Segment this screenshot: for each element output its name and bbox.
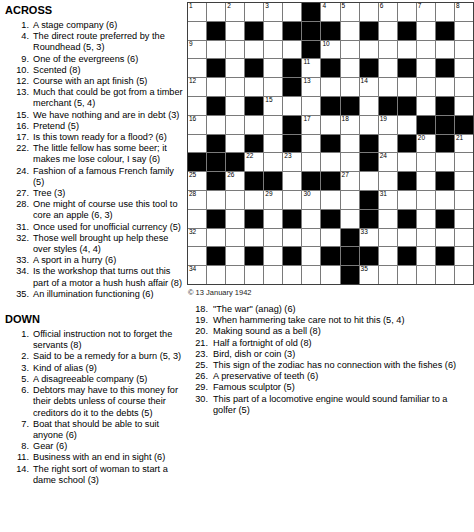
grid-cell[interactable]: 17 [302,116,320,134]
clue-number: 4. [5,31,33,42]
clue-item: 3.Kind of alias (9) [5,363,186,374]
clue-text: Much that could be got from a timber mer… [33,87,186,109]
clue-item: 14.The right sort of woman to start a da… [5,464,186,486]
grid-cell[interactable] [302,153,320,171]
grid-cell-black [436,59,454,77]
grid-cell-black [360,135,378,153]
grid-cell[interactable] [226,78,244,96]
clue-item: 10.Scented (8) [5,65,186,76]
clue-number: 11. [5,452,33,463]
grid-cell[interactable]: 24 [379,153,397,171]
grid-cell[interactable] [398,191,416,209]
clue-text: Scented (8) [33,65,186,76]
grid-cell[interactable] [417,59,435,77]
clue-item: 8.Gear (6) [5,441,186,452]
clue-number: 30. [190,394,213,405]
grid-cell[interactable] [283,191,301,209]
grid-cell[interactable] [436,78,454,96]
clue-text: Official instruction not to forget the s… [33,329,186,351]
clue-number: 12. [5,76,33,87]
grid-cell[interactable] [188,210,206,228]
grid-cell[interactable] [188,22,206,40]
grid-cell[interactable] [341,135,359,153]
grid-cell[interactable]: 5 [341,3,359,21]
grid-cell[interactable] [436,229,454,247]
grid-cell[interactable] [264,135,282,153]
grid-cell[interactable]: 12 [188,78,206,96]
down-clue-list-left: 1.Official instruction not to forget the… [5,329,186,486]
grid-cell[interactable] [379,22,397,40]
grid-cell[interactable]: 25 [188,172,206,190]
grid-cell-black [207,22,225,40]
grid-cell-black [283,22,301,40]
grid-cell[interactable]: 32 [188,229,206,247]
grid-cell[interactable] [264,153,282,171]
grid-cell[interactable] [207,116,225,134]
grid-cell[interactable] [417,78,435,96]
grid-cell[interactable]: 30 [302,191,320,209]
grid-cell[interactable] [341,191,359,209]
grid-cell[interactable] [302,229,320,247]
clue-number: 8. [5,441,33,452]
grid-cell-black [207,210,225,228]
grid-cell[interactable] [264,210,282,228]
grid-cell[interactable] [455,22,473,40]
grid-cell[interactable] [245,229,263,247]
clue-item: 2.Said to be a remedy for a burn (5, 3) [5,351,186,362]
grid-cell[interactable] [436,153,454,171]
grid-cell[interactable]: 11 [302,59,320,77]
grid-cell-black [398,22,416,40]
cell-number: 9 [189,40,193,48]
grid-cell-black [283,210,301,228]
clue-item: 4.The direct route preferred by the Roun… [5,31,186,53]
clue-number: 3. [5,363,33,374]
crossword-page: ACROSS 1.A stage company (6)4.The direct… [0,0,474,532]
grid-cell[interactable] [436,3,454,21]
grid-cell[interactable]: 1 [188,3,206,21]
grid-cell[interactable] [321,78,339,96]
clue-item: 28.One might of course use this tool to … [5,199,186,221]
grid-cell[interactable] [455,59,473,77]
grid-cell[interactable] [245,191,263,209]
clue-number: 1. [5,329,33,340]
grid-cell-black [321,22,339,40]
grid-cell[interactable] [341,22,359,40]
clue-text: Those well brought up help these over st… [33,233,186,255]
grid-cell-black [398,135,416,153]
grid-cell[interactable] [417,22,435,40]
grid-cell-black [302,22,320,40]
clue-text: The direct route preferred by the Roundh… [33,31,186,53]
cell-number: 15 [265,96,272,104]
grid-cell[interactable]: 10 [321,41,339,59]
clue-number: 26. [190,371,213,382]
grid-cell[interactable] [226,266,244,284]
grid-cell[interactable] [379,135,397,153]
grid-cell[interactable] [245,116,263,134]
grid-cell-black [245,97,263,115]
grid-cell[interactable] [379,229,397,247]
down-heading: DOWN [5,313,186,326]
grid-cell[interactable]: 3 [264,3,282,21]
grid-cell-black [283,116,301,134]
grid-cell[interactable] [455,153,473,171]
grid-cell-black [207,153,225,171]
grid-cell[interactable] [226,247,244,265]
grid-cell[interactable]: 4 [321,3,339,21]
grid-cell[interactable] [398,3,416,21]
cell-number: 11 [303,58,310,66]
grid-cell[interactable] [321,191,339,209]
clue-number: 14. [5,464,33,475]
grid-cell[interactable] [302,97,320,115]
grid-cell[interactable] [283,229,301,247]
grid-cell[interactable]: 33 [360,229,378,247]
grid-cell[interactable] [417,41,435,59]
grid-cell-black [341,266,359,284]
grid-cell[interactable] [455,247,473,265]
grid-cell[interactable] [455,78,473,96]
grid-cell-black [321,247,339,265]
grid-cell[interactable] [207,229,225,247]
grid-cell[interactable] [264,59,282,77]
grid-cell[interactable]: 2 [226,3,244,21]
grid-cell[interactable] [321,116,339,134]
grid-cell[interactable] [379,247,397,265]
grid-cell[interactable] [302,247,320,265]
grid-cell[interactable] [455,210,473,228]
grid-cell[interactable] [360,97,378,115]
grid-cell[interactable] [226,41,244,59]
clue-item: 29.Famous sculptor (5) [190,382,472,393]
grid-cell[interactable]: 18 [341,116,359,134]
grid-cell[interactable] [245,78,263,96]
clue-number: 29. [190,382,213,393]
clue-item: 16.Pretend (5) [5,121,186,132]
grid-cell[interactable] [360,116,378,134]
grid-cell[interactable] [226,59,244,77]
grid-cell[interactable]: 28 [188,191,206,209]
grid-cell[interactable]: 26 [226,172,244,190]
clue-number: 34. [5,266,33,277]
grid-cell[interactable] [398,116,416,134]
grid-cell-black [341,247,359,265]
grid-cell-black [283,247,301,265]
clue-text: One of the evergreens (6) [33,54,186,65]
grid-cell[interactable] [245,3,263,21]
grid-cell[interactable] [341,78,359,96]
grid-cell[interactable] [321,266,339,284]
clue-number: 20. [190,326,213,337]
cell-number: 10 [322,40,329,48]
clue-item: 31.Once used for unofficial currency (5) [5,222,186,233]
grid-cell-black [360,59,378,77]
cell-number: 3 [265,2,269,10]
clue-text: Boat that should be able to suit anyone … [33,419,186,441]
cell-number: 18 [342,115,349,123]
clue-item: 6.Debtors may have to this money for the… [5,385,186,419]
grid-cell[interactable] [379,266,397,284]
grid-cell[interactable] [379,172,397,190]
clue-number: 35. [5,289,33,300]
grid-cell[interactable] [436,41,454,59]
grid-cell-black [321,59,339,77]
grid-cell[interactable]: 15 [264,97,282,115]
clue-item: 34.Is the workshop that turns out this p… [5,266,186,288]
grid-cell[interactable] [398,266,416,284]
grid-cell-black [360,153,378,171]
grid-cell[interactable] [417,266,435,284]
grid-cell[interactable]: 16 [188,116,206,134]
grid-cell[interactable] [341,41,359,59]
grid-cell-black [226,153,244,171]
grid-cell[interactable]: 9 [188,41,206,59]
cell-number: 34 [189,265,196,273]
clue-text: A stage company (6) [33,20,186,31]
grid-cell[interactable] [302,210,320,228]
grid-cell-black [360,191,378,209]
grid-cell[interactable] [455,266,473,284]
clue-text: An illumination functioning (6) [33,289,186,300]
grid-cell[interactable] [398,153,416,171]
grid-cell-black [207,135,225,153]
left-clue-column: ACROSS 1.A stage company (6)4.The direct… [5,4,186,486]
clue-text: Business with an end in sight (6) [33,452,186,463]
clue-text: Tree (3) [33,188,186,199]
clue-item: 33.A sport in a hurry (6) [5,255,186,266]
grid-cell[interactable] [207,191,225,209]
grid-cell[interactable] [398,41,416,59]
clue-text: This part of a locomotive engine would s… [213,394,472,416]
grid-cell[interactable]: 35 [360,266,378,284]
clue-number: 5. [5,374,33,385]
clue-item: 32.Those well brought up help these over… [5,233,186,255]
grid-cell[interactable] [379,210,397,228]
clue-item: 18."The war" (anag) (6) [190,304,472,315]
clue-text: Once used for unofficial currency (5) [33,222,186,233]
cell-number: 21 [456,134,463,142]
clue-item: 12.Course with an apt finish (5) [5,76,186,87]
grid-cell[interactable] [455,191,473,209]
grid-cell[interactable] [264,266,282,284]
clue-number: 28. [5,199,33,210]
grid-cell[interactable] [226,97,244,115]
grid-cell[interactable] [302,266,320,284]
clue-item: 19.When hammering take care not to hit t… [190,315,472,326]
grid-cell-black [188,153,206,171]
grid-cell[interactable] [207,266,225,284]
cell-number: 19 [380,115,387,123]
grid-cell[interactable] [360,41,378,59]
grid-cell[interactable]: 8 [455,3,473,21]
grid-cell[interactable] [321,153,339,171]
cell-number: 14 [361,77,368,85]
grid-cell[interactable] [398,229,416,247]
clue-text: Said to be a remedy for a burn (5, 3) [33,351,186,362]
cell-number: 24 [380,152,387,160]
grid-cell[interactable] [264,22,282,40]
grid-cell[interactable] [188,247,206,265]
cell-number: 13 [303,77,310,85]
clue-text: Kind of alias (9) [33,363,186,374]
grid-cell[interactable] [264,41,282,59]
grid-cell[interactable] [226,116,244,134]
grid-cell[interactable]: 29 [264,191,282,209]
grid-cell[interactable] [417,229,435,247]
grid-cell-black [245,247,263,265]
right-clue-column: 18."The war" (anag) (6)19.When hammering… [190,304,472,416]
grid-cell[interactable] [207,41,225,59]
clue-number: 7. [5,419,33,430]
grid-cell-black [302,3,320,21]
grid-cell[interactable] [283,41,301,59]
grid-cell[interactable] [207,3,225,21]
grid-cell-black [207,172,225,190]
cell-number: 31 [380,190,387,198]
grid-cell-black [436,116,454,134]
clue-item: 5.A disagreeable company (5) [5,374,186,385]
grid-cell[interactable]: 27 [341,172,359,190]
grid-cell-black [379,97,397,115]
clue-text: A sport in a hurry (6) [33,255,186,266]
grid-cell-black [417,116,435,134]
grid-cell-black [436,210,454,228]
grid-cell[interactable]: 31 [379,191,397,209]
grid-cell[interactable]: 14 [360,78,378,96]
clue-text: A disagreeable company (5) [33,374,186,385]
grid-cell[interactable] [455,172,473,190]
grid-cell[interactable] [226,135,244,153]
clue-number: 9. [5,54,33,65]
clue-number: 1. [5,20,33,31]
cell-number: 35 [361,265,368,273]
grid-cell[interactable] [360,3,378,21]
grid-cell[interactable] [245,266,263,284]
copyright-line: © 13 January 1942 [188,288,252,297]
grid-cell[interactable] [455,97,473,115]
grid-cell[interactable] [264,247,282,265]
grid-cell[interactable] [379,59,397,77]
grid-cell[interactable] [417,210,435,228]
grid-cell-black [207,247,225,265]
grid-cell[interactable]: 23 [283,153,301,171]
grid-cell-black [436,135,454,153]
grid-cell[interactable]: 34 [188,266,206,284]
grid-cell[interactable] [360,172,378,190]
grid-cell[interactable] [226,22,244,40]
grid-cell-black [455,116,473,134]
grid-cell[interactable] [188,97,206,115]
grid-cell[interactable]: 21 [455,135,473,153]
grid-cell-black [360,247,378,265]
grid-cell[interactable] [379,41,397,59]
cell-number: 7 [418,2,422,10]
grid-cell[interactable]: 22 [245,153,263,171]
grid-cell[interactable] [417,191,435,209]
grid-cell-black [341,97,359,115]
cell-number: 26 [227,171,234,179]
grid-cell[interactable] [188,135,206,153]
clue-text: The little fellow has some beer; it make… [33,143,186,165]
clue-text: Making sound as a bell (8) [213,326,472,337]
grid-cell[interactable]: 19 [379,116,397,134]
grid-cell[interactable] [436,266,454,284]
grid-cell[interactable] [341,153,359,171]
clue-number: 21. [190,338,213,349]
clue-number: 2. [5,351,33,362]
clue-item: 20.Making sound as a bell (8) [190,326,472,337]
grid-cell[interactable] [417,172,435,190]
grid-cell-black [436,97,454,115]
grid-cell[interactable] [455,229,473,247]
clue-item: 1.A stage company (6) [5,20,186,31]
grid-cell[interactable] [283,3,301,21]
grid-cell[interactable] [417,97,435,115]
grid-cell[interactable] [398,78,416,96]
grid-cell-black [398,247,416,265]
cell-number: 30 [303,190,310,198]
grid-cell[interactable] [341,210,359,228]
grid-cell[interactable] [264,78,282,96]
cell-number: 20 [418,134,425,142]
grid-cell[interactable]: 7 [417,3,435,21]
grid-cell[interactable]: 13 [302,78,320,96]
clue-item: 25.This sign of the zodiac has no connec… [190,360,472,371]
grid-cell[interactable]: 6 [379,3,397,21]
clue-item: 17.Is this town ready for a flood? (6) [5,132,186,143]
clue-text: Half a fortnight of old (8) [213,338,472,349]
grid-cell[interactable] [226,229,244,247]
clue-number: 22. [5,143,33,154]
grid-cell[interactable] [417,153,435,171]
clue-item: 21.Half a fortnight of old (8) [190,338,472,349]
grid-cell[interactable] [283,172,301,190]
grid-cell[interactable] [264,116,282,134]
cell-number: 6 [380,2,384,10]
grid-cell[interactable] [264,229,282,247]
grid-cell[interactable] [417,247,435,265]
grid-cell-black [245,59,263,77]
grid-cell-black [436,247,454,265]
clue-text: When hammering take care not to hit this… [213,315,472,326]
grid-cell[interactable] [302,135,320,153]
grid-cell-black [283,59,301,77]
clue-item: 24.Fashion of a famous French family (5) [5,166,186,188]
grid-cell[interactable] [283,97,301,115]
grid-cell[interactable] [379,78,397,96]
grid-cell-black [321,135,339,153]
grid-cell[interactable] [283,266,301,284]
grid-cell[interactable] [207,78,225,96]
grid-cell[interactable]: 20 [417,135,435,153]
grid-cell[interactable] [455,41,473,59]
grid-cell[interactable] [245,41,263,59]
grid-cell-black [360,210,378,228]
grid-cell[interactable] [188,59,206,77]
clue-item: 9.One of the evergreens (6) [5,54,186,65]
grid-cell-black [321,97,339,115]
grid-cell[interactable] [341,59,359,77]
grid-cell[interactable] [226,191,244,209]
clue-item: 27.Tree (3) [5,188,186,199]
crossword-grid: 1234567891011121314151617181920212223242… [187,2,474,285]
clue-number: 27. [5,188,33,199]
grid-cell[interactable] [436,191,454,209]
clue-number: 6. [5,385,33,396]
grid-cell[interactable] [226,210,244,228]
grid-cell[interactable] [321,229,339,247]
